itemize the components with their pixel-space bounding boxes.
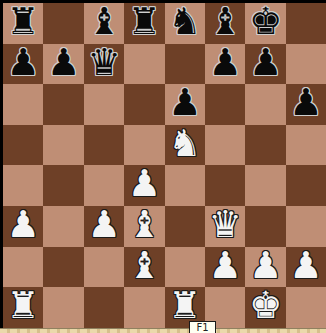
square-d8[interactable]: ♜	[124, 3, 164, 44]
square-b3[interactable]	[43, 206, 83, 247]
black-bishop-piece[interactable]: ♝	[209, 3, 242, 43]
square-h5[interactable]	[286, 125, 326, 166]
black-rook-piece[interactable]: ♜	[128, 3, 161, 43]
chess-board: ♜♝♜♞♝♚♟♟♛♟♟♟♟♞♟♟♟♝♛♝♟♟♟♜♜♚	[3, 3, 326, 328]
chess-app-window: ♜♝♜♞♝♚♟♟♛♟♟♟♟♞♟♟♟♝♛♝♟♟♟♜♜♚ F1	[0, 0, 326, 333]
square-c8[interactable]: ♝	[84, 3, 124, 44]
square-g7[interactable]: ♟	[245, 44, 285, 85]
square-b6[interactable]	[43, 84, 83, 125]
square-d1[interactable]	[124, 287, 164, 328]
square-f5[interactable]	[205, 125, 245, 166]
square-g3[interactable]	[245, 206, 285, 247]
square-a1[interactable]: ♜	[3, 287, 43, 328]
white-pawn-piece[interactable]: ♟	[128, 165, 161, 205]
square-e8[interactable]: ♞	[165, 3, 205, 44]
square-f6[interactable]	[205, 84, 245, 125]
square-c2[interactable]	[84, 247, 124, 288]
square-a2[interactable]	[3, 247, 43, 288]
square-h3[interactable]	[286, 206, 326, 247]
square-c6[interactable]	[84, 84, 124, 125]
white-king-piece[interactable]: ♚	[249, 287, 282, 327]
square-e4[interactable]	[165, 165, 205, 206]
square-b5[interactable]	[43, 125, 83, 166]
square-e7[interactable]	[165, 44, 205, 85]
square-b4[interactable]	[43, 165, 83, 206]
square-g2[interactable]: ♟	[245, 247, 285, 288]
square-g8[interactable]: ♚	[245, 3, 285, 44]
square-f8[interactable]: ♝	[205, 3, 245, 44]
white-pawn-piece[interactable]: ♟	[87, 206, 120, 246]
black-pawn-piece[interactable]: ♟	[47, 44, 80, 84]
square-h7[interactable]	[286, 44, 326, 85]
square-b8[interactable]	[43, 3, 83, 44]
black-knight-piece[interactable]: ♞	[168, 3, 201, 43]
square-g4[interactable]	[245, 165, 285, 206]
square-a8[interactable]: ♜	[3, 3, 43, 44]
white-pawn-piece[interactable]: ♟	[209, 247, 242, 287]
square-a6[interactable]	[3, 84, 43, 125]
square-h4[interactable]	[286, 165, 326, 206]
white-queen-piece[interactable]: ♛	[209, 206, 242, 246]
square-f3[interactable]: ♛	[205, 206, 245, 247]
white-knight-piece[interactable]: ♞	[168, 125, 201, 165]
square-c4[interactable]	[84, 165, 124, 206]
square-e3[interactable]	[165, 206, 205, 247]
square-d6[interactable]	[124, 84, 164, 125]
black-queen-piece[interactable]: ♛	[87, 44, 120, 84]
square-a4[interactable]	[3, 165, 43, 206]
white-pawn-piece[interactable]: ♟	[7, 206, 40, 246]
black-bishop-piece[interactable]: ♝	[87, 3, 120, 43]
square-h8[interactable]	[286, 3, 326, 44]
square-f7[interactable]: ♟	[205, 44, 245, 85]
black-pawn-piece[interactable]: ♟	[289, 84, 322, 124]
white-pawn-piece[interactable]: ♟	[289, 247, 322, 287]
square-g6[interactable]	[245, 84, 285, 125]
black-pawn-piece[interactable]: ♟	[249, 44, 282, 84]
black-pawn-piece[interactable]: ♟	[209, 44, 242, 84]
square-a7[interactable]: ♟	[3, 44, 43, 85]
window-bottom-edge	[0, 328, 326, 333]
square-e6[interactable]: ♟	[165, 84, 205, 125]
black-pawn-piece[interactable]: ♟	[7, 44, 40, 84]
square-c5[interactable]	[84, 125, 124, 166]
black-pawn-piece[interactable]: ♟	[168, 84, 201, 124]
white-rook-piece[interactable]: ♜	[7, 287, 40, 327]
square-d4[interactable]: ♟	[124, 165, 164, 206]
square-g1[interactable]: ♚	[245, 287, 285, 328]
square-d3[interactable]: ♝	[124, 206, 164, 247]
square-d2[interactable]: ♝	[124, 247, 164, 288]
square-f4[interactable]	[205, 165, 245, 206]
white-bishop-piece[interactable]: ♝	[128, 206, 161, 246]
square-tooltip-label: F1	[196, 322, 208, 333]
square-d7[interactable]	[124, 44, 164, 85]
square-a3[interactable]: ♟	[3, 206, 43, 247]
square-b7[interactable]: ♟	[43, 44, 83, 85]
black-king-piece[interactable]: ♚	[249, 3, 282, 43]
white-bishop-piece[interactable]: ♝	[128, 247, 161, 287]
square-c3[interactable]: ♟	[84, 206, 124, 247]
square-e2[interactable]	[165, 247, 205, 288]
square-b1[interactable]	[43, 287, 83, 328]
square-f2[interactable]: ♟	[205, 247, 245, 288]
white-pawn-piece[interactable]: ♟	[249, 247, 282, 287]
square-h1[interactable]	[286, 287, 326, 328]
square-b2[interactable]	[43, 247, 83, 288]
square-d5[interactable]	[124, 125, 164, 166]
black-rook-piece[interactable]: ♜	[7, 3, 40, 43]
square-g5[interactable]	[245, 125, 285, 166]
square-tooltip: F1	[189, 321, 216, 333]
square-c1[interactable]	[84, 287, 124, 328]
square-h2[interactable]: ♟	[286, 247, 326, 288]
square-h6[interactable]: ♟	[286, 84, 326, 125]
square-a5[interactable]	[3, 125, 43, 166]
square-e5[interactable]: ♞	[165, 125, 205, 166]
square-c7[interactable]: ♛	[84, 44, 124, 85]
